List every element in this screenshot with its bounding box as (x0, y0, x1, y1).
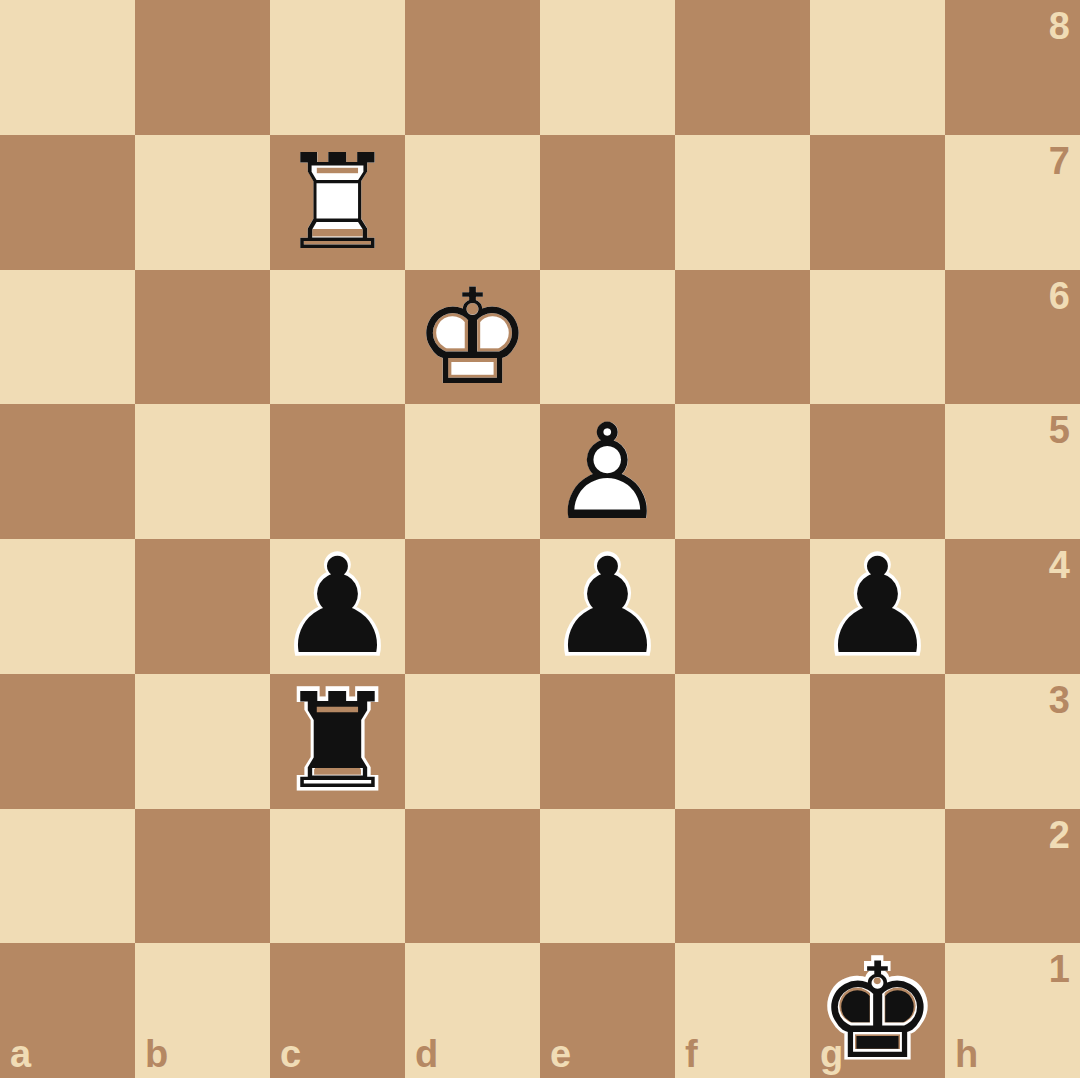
file-label-b: b (145, 1035, 168, 1073)
square-d1[interactable]: d (405, 943, 540, 1078)
square-e7[interactable] (540, 135, 675, 270)
white-pawn-outline-glyph: ♙ (540, 404, 675, 539)
white-rook[interactable]: ♜♖ (270, 135, 405, 270)
square-f1[interactable]: f (675, 943, 810, 1078)
black-king-outline-glyph: ♚ (810, 943, 945, 1078)
black-rook-fill-glyph: ♖ (268, 672, 407, 811)
square-f8[interactable] (675, 0, 810, 135)
square-g4[interactable]: ♙♟ (810, 539, 945, 674)
white-rook-fill-glyph: ♜ (270, 135, 405, 270)
square-d2[interactable] (405, 809, 540, 944)
square-e2[interactable] (540, 809, 675, 944)
square-h5[interactable]: 5 (945, 404, 1080, 539)
square-c4[interactable]: ♙♟ (270, 539, 405, 674)
black-pawn[interactable]: ♙♟ (270, 539, 405, 674)
file-label-e: e (550, 1035, 571, 1073)
black-pawn-outline-glyph: ♟ (810, 539, 945, 674)
square-a7[interactable] (0, 135, 135, 270)
square-f5[interactable] (675, 404, 810, 539)
square-h3[interactable]: 3 (945, 674, 1080, 809)
square-b7[interactable] (135, 135, 270, 270)
rank-label-2: 2 (1049, 816, 1070, 854)
square-h4[interactable]: 4 (945, 539, 1080, 674)
rank-label-1: 1 (1049, 950, 1070, 988)
white-king[interactable]: ♚♔ (405, 270, 540, 405)
square-f2[interactable] (675, 809, 810, 944)
rank-label-3: 3 (1049, 681, 1070, 719)
black-pawn[interactable]: ♙♟ (810, 539, 945, 674)
rank-label-4: 4 (1049, 546, 1070, 584)
square-g3[interactable] (810, 674, 945, 809)
square-d3[interactable] (405, 674, 540, 809)
square-c5[interactable] (270, 404, 405, 539)
white-pawn[interactable]: ♟♙ (540, 404, 675, 539)
black-pawn[interactable]: ♙♟ (540, 539, 675, 674)
rank-label-6: 6 (1049, 277, 1070, 315)
square-e1[interactable]: e (540, 943, 675, 1078)
square-e8[interactable] (540, 0, 675, 135)
white-pawn-fill-glyph: ♟ (540, 404, 675, 539)
square-g1[interactable]: g♔♚ (810, 943, 945, 1078)
square-f6[interactable] (675, 270, 810, 405)
square-g6[interactable] (810, 270, 945, 405)
black-rook-outline-glyph: ♜ (270, 674, 405, 809)
square-e5[interactable]: ♟♙ (540, 404, 675, 539)
square-a2[interactable] (0, 809, 135, 944)
square-d5[interactable] (405, 404, 540, 539)
square-a3[interactable] (0, 674, 135, 809)
square-h6[interactable]: 6 (945, 270, 1080, 405)
square-a1[interactable]: a (0, 943, 135, 1078)
square-b1[interactable]: b (135, 943, 270, 1078)
black-king[interactable]: ♔♚ (810, 943, 945, 1078)
square-b6[interactable] (135, 270, 270, 405)
square-c8[interactable] (270, 0, 405, 135)
square-b3[interactable] (135, 674, 270, 809)
square-c7[interactable]: ♜♖ (270, 135, 405, 270)
black-pawn-fill-glyph: ♙ (268, 537, 407, 676)
file-label-d: d (415, 1035, 438, 1073)
square-a5[interactable] (0, 404, 135, 539)
square-b5[interactable] (135, 404, 270, 539)
square-b4[interactable] (135, 539, 270, 674)
square-e3[interactable] (540, 674, 675, 809)
square-g8[interactable] (810, 0, 945, 135)
square-e4[interactable]: ♙♟ (540, 539, 675, 674)
square-h7[interactable]: 7 (945, 135, 1080, 270)
square-e6[interactable] (540, 270, 675, 405)
black-rook[interactable]: ♖♜ (270, 674, 405, 809)
white-king-fill-glyph: ♚ (405, 270, 540, 405)
black-pawn-outline-glyph: ♟ (270, 539, 405, 674)
square-f7[interactable] (675, 135, 810, 270)
square-g7[interactable] (810, 135, 945, 270)
square-d4[interactable] (405, 539, 540, 674)
chessboard: 8♜♖7♚♔6♟♙5♙♟♙♟♙♟4♖♜32abcdefg♔♚1h (0, 0, 1080, 1078)
square-c3[interactable]: ♖♜ (270, 674, 405, 809)
chessboard-container: 8♜♖7♚♔6♟♙5♙♟♙♟♙♟4♖♜32abcdefg♔♚1h (0, 0, 1080, 1078)
file-label-c: c (280, 1035, 301, 1073)
black-pawn-fill-glyph: ♙ (808, 537, 947, 676)
square-f4[interactable] (675, 539, 810, 674)
square-g2[interactable] (810, 809, 945, 944)
square-h2[interactable]: 2 (945, 809, 1080, 944)
black-king-fill-glyph: ♔ (808, 941, 947, 1078)
black-pawn-outline-glyph: ♟ (540, 539, 675, 674)
square-d7[interactable] (405, 135, 540, 270)
square-b8[interactable] (135, 0, 270, 135)
square-f3[interactable] (675, 674, 810, 809)
black-pawn-fill-glyph: ♙ (538, 537, 677, 676)
square-h1[interactable]: 1h (945, 943, 1080, 1078)
file-label-f: f (685, 1035, 698, 1073)
rank-label-5: 5 (1049, 411, 1070, 449)
square-c2[interactable] (270, 809, 405, 944)
white-rook-outline-glyph: ♖ (270, 135, 405, 270)
square-a6[interactable] (0, 270, 135, 405)
square-g5[interactable] (810, 404, 945, 539)
rank-label-8: 8 (1049, 7, 1070, 45)
file-label-h: h (955, 1035, 978, 1073)
square-b2[interactable] (135, 809, 270, 944)
rank-label-7: 7 (1049, 142, 1070, 180)
white-king-outline-glyph: ♔ (405, 270, 540, 405)
square-a4[interactable] (0, 539, 135, 674)
square-c1[interactable]: c (270, 943, 405, 1078)
file-label-a: a (10, 1035, 31, 1073)
square-a8[interactable] (0, 0, 135, 135)
square-d6[interactable]: ♚♔ (405, 270, 540, 405)
square-c6[interactable] (270, 270, 405, 405)
square-d8[interactable] (405, 0, 540, 135)
square-h8[interactable]: 8 (945, 0, 1080, 135)
